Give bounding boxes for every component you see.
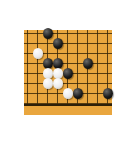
board-cell[interactable] xyxy=(63,39,73,49)
board-cell[interactable] xyxy=(93,79,103,89)
board-cell[interactable] xyxy=(23,29,33,39)
board-cell[interactable] xyxy=(63,29,73,39)
board-cell[interactable] xyxy=(33,59,43,69)
board-cell[interactable]: ● xyxy=(43,79,53,89)
board-cell[interactable] xyxy=(23,69,33,79)
board-cell[interactable] xyxy=(23,99,33,109)
board-cell[interactable] xyxy=(63,59,73,69)
board-cell[interactable] xyxy=(33,79,43,89)
white-stone: ● xyxy=(63,88,73,99)
board-cell[interactable] xyxy=(23,89,33,99)
board-cell[interactable]: ● xyxy=(63,69,73,79)
board-cell[interactable] xyxy=(33,69,43,79)
board-cell[interactable] xyxy=(83,49,93,59)
board-cell[interactable] xyxy=(93,59,103,69)
black-stone: ● xyxy=(63,68,73,79)
board-cell[interactable] xyxy=(53,99,63,109)
board-cell[interactable] xyxy=(83,29,93,39)
board-cell[interactable] xyxy=(83,69,93,79)
board-cell[interactable] xyxy=(23,39,33,49)
board-cell[interactable] xyxy=(93,99,103,109)
board-cell[interactable] xyxy=(33,39,43,49)
board-cell[interactable] xyxy=(43,99,53,109)
board-cell[interactable] xyxy=(53,29,63,39)
board-cell[interactable]: ● xyxy=(103,89,113,99)
board-cell[interactable]: ● xyxy=(83,59,93,69)
black-stone: ● xyxy=(83,58,93,69)
board-cell[interactable] xyxy=(93,69,103,79)
black-stone: ● xyxy=(73,88,83,99)
board-cell[interactable] xyxy=(73,59,83,69)
board-cell[interactable] xyxy=(63,99,73,109)
board-cell[interactable] xyxy=(103,39,113,49)
board-cell[interactable] xyxy=(103,29,113,39)
board-cell[interactable] xyxy=(103,79,113,89)
board-cell[interactable] xyxy=(103,69,113,79)
board-cell[interactable]: ● xyxy=(53,69,63,79)
board-cell[interactable] xyxy=(93,29,103,39)
board-cell[interactable] xyxy=(73,29,83,39)
black-stone: ● xyxy=(103,88,113,99)
board-cell[interactable] xyxy=(73,49,83,59)
board-cell[interactable] xyxy=(53,49,63,59)
board-cells: ●●●●●●●●●●●●●● xyxy=(23,29,113,109)
board-cell[interactable]: ● xyxy=(53,79,63,89)
board-cell[interactable] xyxy=(53,89,63,99)
board-cell[interactable] xyxy=(23,59,33,69)
board-cell[interactable] xyxy=(33,99,43,109)
board-cell[interactable]: ● xyxy=(53,59,63,69)
black-stone: ● xyxy=(43,28,53,39)
board-cell[interactable] xyxy=(83,39,93,49)
board-cell[interactable] xyxy=(103,59,113,69)
board-cell[interactable] xyxy=(73,69,83,79)
white-stone: ● xyxy=(43,78,53,89)
board-cell[interactable] xyxy=(93,89,103,99)
board-cell[interactable] xyxy=(23,79,33,89)
board-cell[interactable] xyxy=(43,49,53,59)
white-stone: ● xyxy=(33,48,43,59)
board-cell[interactable] xyxy=(93,49,103,59)
board-cell[interactable] xyxy=(103,49,113,59)
board-cell[interactable] xyxy=(83,89,93,99)
page-background: ●●●●●●●●●●●●●● xyxy=(0,0,140,150)
board-cell[interactable] xyxy=(63,49,73,59)
board-cell[interactable] xyxy=(23,49,33,59)
board-cell[interactable]: ● xyxy=(73,89,83,99)
black-stone: ● xyxy=(53,38,63,49)
board-cell[interactable] xyxy=(73,39,83,49)
board-cell[interactable]: ● xyxy=(43,69,53,79)
board-cell[interactable]: ● xyxy=(33,49,43,59)
board-cell[interactable] xyxy=(73,99,83,109)
board-cell[interactable]: ● xyxy=(53,39,63,49)
board-cell[interactable] xyxy=(33,89,43,99)
board-cell[interactable] xyxy=(93,39,103,49)
board-cell[interactable] xyxy=(83,99,93,109)
board-cell[interactable]: ● xyxy=(43,59,53,69)
board-cell[interactable] xyxy=(43,89,53,99)
go-board[interactable]: ●●●●●●●●●●●●●● xyxy=(24,30,112,115)
board-cell[interactable] xyxy=(83,79,93,89)
board-cell[interactable] xyxy=(103,99,113,109)
board-cell[interactable] xyxy=(43,39,53,49)
board-cell[interactable] xyxy=(73,79,83,89)
white-stone: ● xyxy=(53,78,63,89)
board-cell[interactable]: ● xyxy=(43,29,53,39)
board-cell[interactable] xyxy=(33,29,43,39)
board-cell[interactable] xyxy=(63,79,73,89)
board-cell[interactable]: ● xyxy=(63,89,73,99)
